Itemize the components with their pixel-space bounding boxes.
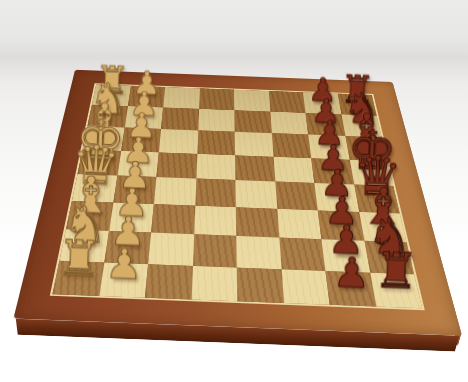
square-h7[interactable]: ♟ xyxy=(303,92,341,114)
square-c8[interactable]: ♝ xyxy=(359,212,407,243)
square-b4[interactable] xyxy=(192,234,236,267)
photo-scene: ♜♟♟♜♞♟♟♞♝♟♟♝♚♟♟♚♛♟♟♛♝♟♟♝♞♟♟♞♜♟♟♜ xyxy=(0,0,468,382)
square-f8[interactable]: ♝ xyxy=(345,136,387,161)
square-g1[interactable]: ♞ xyxy=(87,105,127,128)
square-b7[interactable]: ♟ xyxy=(321,239,369,272)
square-e8[interactable]: ♚ xyxy=(349,159,393,186)
board-near-edge xyxy=(16,319,460,352)
square-a6[interactable] xyxy=(281,269,330,305)
square-a3[interactable] xyxy=(145,264,193,300)
board-grid: ♜♟♟♜♞♟♟♞♝♟♟♝♚♟♟♚♛♟♟♛♝♟♟♝♞♟♟♞♜♟♟♜ xyxy=(50,83,425,310)
square-b5[interactable] xyxy=(236,236,281,269)
square-g4[interactable] xyxy=(198,109,235,132)
square-d7[interactable]: ♟ xyxy=(314,183,358,212)
square-g2[interactable]: ♟ xyxy=(124,106,163,129)
square-h2[interactable]: ♟ xyxy=(128,86,166,108)
square-f5[interactable] xyxy=(235,132,273,157)
square-h8[interactable]: ♜ xyxy=(337,94,376,116)
chess-board: ♜♟♟♜♞♟♟♞♝♟♟♝♚♟♟♚♛♟♟♛♝♟♟♝♞♟♟♞♜♟♟♜ xyxy=(13,70,462,336)
square-e1[interactable]: ♚ xyxy=(77,149,120,175)
square-d2[interactable]: ♟ xyxy=(113,175,157,203)
square-h5[interactable] xyxy=(234,90,270,112)
square-e6[interactable] xyxy=(273,157,314,184)
square-g3[interactable] xyxy=(161,107,199,130)
square-g8[interactable]: ♞ xyxy=(341,114,382,137)
square-a5[interactable] xyxy=(237,267,284,303)
square-d8[interactable]: ♛ xyxy=(354,185,400,214)
square-e4[interactable] xyxy=(196,154,235,180)
square-b2[interactable]: ♟ xyxy=(104,231,151,264)
square-b6[interactable] xyxy=(279,238,326,271)
square-c3[interactable] xyxy=(151,204,195,234)
square-d3[interactable] xyxy=(154,177,196,205)
square-d5[interactable] xyxy=(235,180,276,208)
square-d1[interactable]: ♛ xyxy=(72,174,117,202)
square-e5[interactable] xyxy=(235,155,275,181)
square-c1[interactable]: ♝ xyxy=(66,201,113,231)
square-b8[interactable]: ♞ xyxy=(364,241,414,274)
square-f6[interactable] xyxy=(271,133,311,158)
square-e3[interactable] xyxy=(156,152,196,178)
square-c4[interactable] xyxy=(194,205,237,236)
square-g6[interactable] xyxy=(270,111,308,134)
square-h1[interactable]: ♜ xyxy=(92,84,131,106)
square-g5[interactable] xyxy=(234,110,271,133)
square-d6[interactable] xyxy=(275,182,318,211)
square-f2[interactable]: ♟ xyxy=(121,128,161,153)
square-c6[interactable] xyxy=(277,208,322,239)
square-c5[interactable] xyxy=(236,207,279,238)
square-e2[interactable]: ♟ xyxy=(117,151,159,177)
square-a8[interactable]: ♜ xyxy=(370,272,422,308)
square-h6[interactable] xyxy=(268,91,305,113)
square-a7[interactable]: ♟ xyxy=(325,271,375,307)
square-a1[interactable]: ♜ xyxy=(53,260,104,296)
square-c2[interactable]: ♟ xyxy=(109,202,154,232)
square-e7[interactable]: ♟ xyxy=(311,158,354,185)
square-b3[interactable] xyxy=(148,233,194,266)
square-f4[interactable] xyxy=(197,130,235,155)
square-c7[interactable]: ♟ xyxy=(318,210,364,241)
square-a2[interactable]: ♟ xyxy=(99,262,148,298)
square-b1[interactable]: ♞ xyxy=(60,229,109,262)
perspective-scene: ♜♟♟♜♞♟♟♞♝♟♟♝♚♟♟♚♛♟♟♛♝♟♟♝♞♟♟♞♜♟♟♜ xyxy=(0,0,468,382)
square-a4[interactable] xyxy=(191,266,237,302)
square-h4[interactable] xyxy=(199,88,235,110)
square-f7[interactable]: ♟ xyxy=(308,135,349,160)
square-f3[interactable] xyxy=(159,129,198,154)
square-d4[interactable] xyxy=(195,179,236,207)
square-f1[interactable]: ♝ xyxy=(83,126,125,151)
square-h3[interactable] xyxy=(163,87,199,109)
square-g7[interactable]: ♟ xyxy=(305,113,345,136)
